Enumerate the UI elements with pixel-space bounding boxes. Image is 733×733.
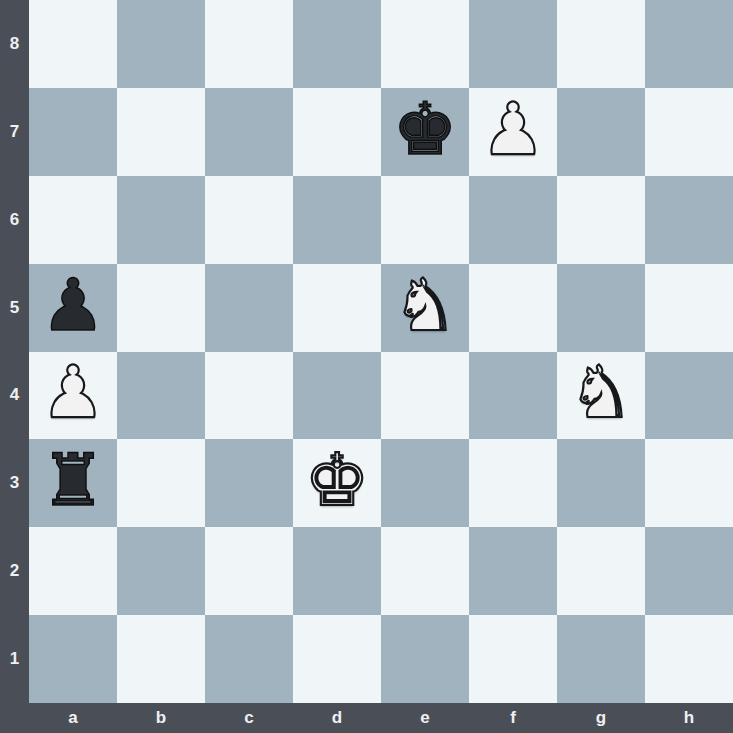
square-b8[interactable] bbox=[117, 0, 205, 88]
file-label-a: a bbox=[29, 703, 117, 733]
chess-board: 87654321♚♟♟♞♟♞♜♚abcdefgh bbox=[0, 0, 733, 733]
square-a3[interactable]: ♜ bbox=[29, 439, 117, 527]
board-frame-corner bbox=[0, 703, 29, 733]
square-h6[interactable] bbox=[645, 176, 733, 264]
square-b4[interactable] bbox=[117, 352, 205, 440]
square-f6[interactable] bbox=[469, 176, 557, 264]
rank-label-4: 4 bbox=[0, 352, 29, 440]
square-b7[interactable] bbox=[117, 88, 205, 176]
file-label-f: f bbox=[469, 703, 557, 733]
square-h5[interactable] bbox=[645, 264, 733, 352]
file-label-h: h bbox=[645, 703, 733, 733]
piece-white-pawn[interactable]: ♟ bbox=[481, 93, 546, 165]
square-a4[interactable]: ♟ bbox=[29, 352, 117, 440]
square-b5[interactable] bbox=[117, 264, 205, 352]
square-f2[interactable] bbox=[469, 527, 557, 615]
square-a6[interactable] bbox=[29, 176, 117, 264]
square-f3[interactable] bbox=[469, 439, 557, 527]
rank-label-5: 5 bbox=[0, 264, 29, 352]
square-e2[interactable] bbox=[381, 527, 469, 615]
square-e6[interactable] bbox=[381, 176, 469, 264]
square-c2[interactable] bbox=[205, 527, 293, 615]
square-d8[interactable] bbox=[293, 0, 381, 88]
piece-black-rook[interactable]: ♜ bbox=[41, 444, 106, 516]
rank-label-7: 7 bbox=[0, 88, 29, 176]
rank-label-8: 8 bbox=[0, 0, 29, 88]
square-h2[interactable] bbox=[645, 527, 733, 615]
file-label-e: e bbox=[381, 703, 469, 733]
square-h3[interactable] bbox=[645, 439, 733, 527]
file-label-c: c bbox=[205, 703, 293, 733]
rank-label-6: 6 bbox=[0, 176, 29, 264]
square-g2[interactable] bbox=[557, 527, 645, 615]
square-c5[interactable] bbox=[205, 264, 293, 352]
square-g3[interactable] bbox=[557, 439, 645, 527]
piece-black-pawn[interactable]: ♟ bbox=[41, 269, 106, 341]
file-label-b: b bbox=[117, 703, 205, 733]
square-g4[interactable]: ♞ bbox=[557, 352, 645, 440]
square-b1[interactable] bbox=[117, 615, 205, 703]
square-a7[interactable] bbox=[29, 88, 117, 176]
square-f8[interactable] bbox=[469, 0, 557, 88]
square-b2[interactable] bbox=[117, 527, 205, 615]
square-c6[interactable] bbox=[205, 176, 293, 264]
square-f1[interactable] bbox=[469, 615, 557, 703]
square-f7[interactable]: ♟ bbox=[469, 88, 557, 176]
square-h7[interactable] bbox=[645, 88, 733, 176]
piece-black-king[interactable]: ♚ bbox=[393, 93, 458, 165]
square-e3[interactable] bbox=[381, 439, 469, 527]
square-d1[interactable] bbox=[293, 615, 381, 703]
file-label-g: g bbox=[557, 703, 645, 733]
square-c1[interactable] bbox=[205, 615, 293, 703]
square-h1[interactable] bbox=[645, 615, 733, 703]
square-e7[interactable]: ♚ bbox=[381, 88, 469, 176]
piece-white-pawn[interactable]: ♟ bbox=[41, 356, 106, 428]
square-a2[interactable] bbox=[29, 527, 117, 615]
square-h4[interactable] bbox=[645, 352, 733, 440]
square-a8[interactable] bbox=[29, 0, 117, 88]
rank-label-1: 1 bbox=[0, 615, 29, 703]
square-d4[interactable] bbox=[293, 352, 381, 440]
square-e5[interactable]: ♞ bbox=[381, 264, 469, 352]
square-d3[interactable]: ♚ bbox=[293, 439, 381, 527]
square-f4[interactable] bbox=[469, 352, 557, 440]
square-g7[interactable] bbox=[557, 88, 645, 176]
piece-white-knight[interactable]: ♞ bbox=[569, 356, 634, 428]
piece-white-knight[interactable]: ♞ bbox=[393, 269, 458, 341]
square-g1[interactable] bbox=[557, 615, 645, 703]
file-label-d: d bbox=[293, 703, 381, 733]
piece-white-king[interactable]: ♚ bbox=[305, 444, 370, 516]
square-g6[interactable] bbox=[557, 176, 645, 264]
square-d7[interactable] bbox=[293, 88, 381, 176]
square-c8[interactable] bbox=[205, 0, 293, 88]
square-b6[interactable] bbox=[117, 176, 205, 264]
square-e8[interactable] bbox=[381, 0, 469, 88]
square-c3[interactable] bbox=[205, 439, 293, 527]
square-a5[interactable]: ♟ bbox=[29, 264, 117, 352]
square-d6[interactable] bbox=[293, 176, 381, 264]
rank-label-3: 3 bbox=[0, 439, 29, 527]
square-d2[interactable] bbox=[293, 527, 381, 615]
square-g5[interactable] bbox=[557, 264, 645, 352]
square-h8[interactable] bbox=[645, 0, 733, 88]
square-b3[interactable] bbox=[117, 439, 205, 527]
square-a1[interactable] bbox=[29, 615, 117, 703]
rank-label-2: 2 bbox=[0, 527, 29, 615]
square-c4[interactable] bbox=[205, 352, 293, 440]
square-g8[interactable] bbox=[557, 0, 645, 88]
square-f5[interactable] bbox=[469, 264, 557, 352]
square-d5[interactable] bbox=[293, 264, 381, 352]
square-c7[interactable] bbox=[205, 88, 293, 176]
square-e4[interactable] bbox=[381, 352, 469, 440]
square-e1[interactable] bbox=[381, 615, 469, 703]
